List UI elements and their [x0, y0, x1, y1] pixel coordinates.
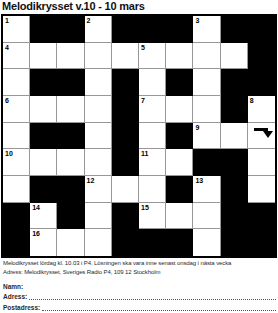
cell-r2c3[interactable]	[85, 69, 112, 96]
cell-r5c8-block	[221, 149, 248, 176]
cell-r4c0[interactable]	[3, 123, 30, 150]
cell-r3c6[interactable]	[166, 96, 193, 123]
cell-r6c1-block	[30, 176, 57, 203]
clue-number-8: 8	[250, 96, 254, 105]
postal-address-label: Postadress:	[3, 304, 40, 312]
cell-r4c9[interactable]	[248, 123, 275, 150]
cell-r8c1[interactable]: 16	[30, 229, 57, 256]
clue-number-14: 14	[32, 203, 40, 212]
cell-r0c5-block	[139, 16, 166, 43]
cell-r1c3[interactable]	[85, 43, 112, 70]
cell-r4c7[interactable]: 9	[193, 123, 220, 150]
address-form-row: Adress:	[3, 293, 276, 301]
cell-r6c4[interactable]	[112, 176, 139, 203]
continue-down-arrow-icon	[254, 126, 273, 138]
postal-address-write-in-line[interactable]	[42, 309, 276, 311]
cell-r7c9-block	[248, 203, 275, 230]
clue-number-3: 3	[195, 16, 199, 25]
cell-r8c8-block	[221, 229, 248, 256]
cell-r2c6-block	[166, 69, 193, 96]
cell-r8c5-block	[139, 229, 166, 256]
cell-r7c6[interactable]	[166, 203, 193, 230]
cell-r6c5[interactable]	[139, 176, 166, 203]
clue-number-4: 4	[5, 43, 9, 52]
cell-r8c9-block	[248, 229, 275, 256]
cell-r5c1[interactable]	[30, 149, 57, 176]
cell-r1c1[interactable]	[30, 43, 57, 70]
cell-r0c3[interactable]: 2	[85, 16, 112, 43]
cell-r0c8-block	[221, 16, 248, 43]
address-write-in-line[interactable]	[29, 298, 276, 300]
cell-r0c2-block	[57, 16, 84, 43]
cell-r0c4-block	[112, 16, 139, 43]
cell-r3c3[interactable]	[85, 96, 112, 123]
clue-number-11: 11	[141, 149, 148, 158]
cell-r6c6-block	[166, 176, 193, 203]
postal-address-form-row: Postadress:	[3, 304, 276, 312]
cell-r5c7-block	[193, 149, 220, 176]
cell-r8c4-block	[112, 229, 139, 256]
cell-r6c3[interactable]: 12	[85, 176, 112, 203]
cell-r6c8-block	[221, 176, 248, 203]
clue-number-13: 13	[195, 176, 203, 185]
cell-r1c7[interactable]	[193, 43, 220, 70]
cell-r4c4-block	[112, 123, 139, 150]
page-title: Melodikrysset v.10 - 10 mars	[2, 0, 145, 12]
broadcast-info-text: Melodikrysset lördag kl. 10.03 i P4. Lös…	[3, 260, 277, 267]
cell-r4c5[interactable]	[139, 123, 166, 150]
cell-r3c4-block	[112, 96, 139, 123]
cell-r4c1-block	[30, 123, 57, 150]
cell-r0c1-block	[30, 16, 57, 43]
clue-number-16: 16	[32, 229, 40, 238]
cell-r3c0[interactable]: 6	[3, 96, 30, 123]
cell-r3c7[interactable]	[193, 96, 220, 123]
clue-number-12: 12	[87, 176, 95, 185]
cell-r3c8-block	[221, 96, 248, 123]
cell-r8c0-block	[3, 229, 30, 256]
cell-r8c7[interactable]	[193, 229, 220, 256]
cell-r3c2[interactable]	[57, 96, 84, 123]
mailing-address-text: Adress: Melodikrysset, Sveriges Radio P4…	[3, 269, 277, 276]
cell-r8c6-block	[166, 229, 193, 256]
cell-r0c0[interactable]: 1	[3, 16, 30, 43]
clue-number-15: 15	[141, 203, 149, 212]
cell-r5c4-block	[112, 149, 139, 176]
cell-r2c4-block	[112, 69, 139, 96]
cell-r2c2-block	[57, 69, 84, 96]
cell-r1c4[interactable]	[112, 43, 139, 70]
cell-r3c9[interactable]: 8	[248, 96, 275, 123]
cell-r5c3[interactable]	[85, 149, 112, 176]
cell-r0c9-block	[248, 16, 275, 43]
cell-r7c7[interactable]	[193, 203, 220, 230]
name-label: Namn:	[3, 283, 23, 291]
cell-r6c0[interactable]	[3, 176, 30, 203]
cell-r3c1[interactable]	[30, 96, 57, 123]
cell-r7c3[interactable]	[85, 203, 112, 230]
clue-number-1: 1	[5, 16, 9, 25]
cell-r4c8[interactable]	[221, 123, 248, 150]
cell-r5c0[interactable]: 10	[3, 149, 30, 176]
name-form-row: Namn:	[3, 283, 276, 291]
cell-r0c6-block	[166, 16, 193, 43]
cell-r1c6[interactable]	[166, 43, 193, 70]
cell-r6c7[interactable]: 13	[193, 176, 220, 203]
cell-r2c0[interactable]	[3, 69, 30, 96]
clue-number-10: 10	[5, 149, 13, 158]
cell-r2c1-block	[30, 69, 57, 96]
cell-r2c5[interactable]	[139, 69, 166, 96]
cell-r8c3[interactable]	[85, 229, 112, 256]
clue-number-6: 6	[5, 96, 9, 105]
cell-r7c4-block	[112, 203, 139, 230]
cell-r7c0-block	[3, 203, 30, 230]
clue-number-9: 9	[195, 123, 199, 132]
cell-r2c7[interactable]	[193, 69, 220, 96]
cell-r4c3[interactable]	[85, 123, 112, 150]
cell-r4c2-block	[57, 123, 84, 150]
cell-r5c6[interactable]	[166, 149, 193, 176]
cell-r3c5[interactable]: 7	[139, 96, 166, 123]
cell-r1c8[interactable]	[221, 43, 248, 70]
crossword-grid: 12345678910111213141516	[1, 14, 277, 258]
cell-r5c9[interactable]	[248, 149, 275, 176]
cell-r7c1[interactable]: 14	[30, 203, 57, 230]
cell-r8c2[interactable]	[57, 229, 84, 256]
clue-number-5: 5	[141, 43, 145, 52]
cell-r7c8-block	[221, 203, 248, 230]
cell-r2c8-block	[221, 69, 248, 96]
cell-r1c9-block	[248, 43, 275, 70]
cell-r5c5[interactable]: 11	[139, 149, 166, 176]
cell-r7c2-block	[57, 203, 84, 230]
cell-r2c9-block	[248, 69, 275, 96]
cell-r7c5[interactable]: 15	[139, 203, 166, 230]
cell-r0c7[interactable]: 3	[193, 16, 220, 43]
address-label: Adress:	[3, 293, 27, 301]
cell-r6c2-block	[57, 176, 84, 203]
cell-r1c5[interactable]: 5	[139, 43, 166, 70]
cell-r1c0[interactable]: 4	[3, 43, 30, 70]
clue-number-7: 7	[141, 96, 145, 105]
cell-r5c2[interactable]	[57, 149, 84, 176]
cell-r4c6-block	[166, 123, 193, 150]
cell-r6c9[interactable]	[248, 176, 275, 203]
clue-number-2: 2	[87, 16, 91, 25]
cell-r1c2[interactable]	[57, 43, 84, 70]
